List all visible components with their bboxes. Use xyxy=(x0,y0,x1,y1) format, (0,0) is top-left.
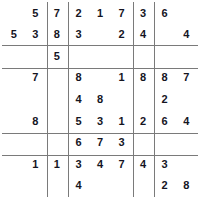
cell-r7c4[interactable]: 6 xyxy=(68,132,90,154)
cell-r2c5[interactable] xyxy=(89,24,111,46)
cell-r3c9[interactable] xyxy=(175,46,197,68)
cell-r8c8[interactable]: 3 xyxy=(154,153,176,175)
cell-r4c3[interactable] xyxy=(46,67,68,89)
cell-r2c9[interactable]: 4 xyxy=(175,24,197,46)
cell-r3c5[interactable] xyxy=(89,46,111,68)
region-line-vertical-2 xyxy=(68,2,69,197)
cell-r4c9[interactable]: 7 xyxy=(175,67,197,89)
cell-r2c1[interactable]: 5 xyxy=(3,24,25,46)
cell-r1c6[interactable]: 7 xyxy=(111,3,133,25)
region-line-horizontal-2 xyxy=(2,68,198,69)
cell-r5c3[interactable] xyxy=(46,89,68,111)
cell-r8c6[interactable]: 7 xyxy=(111,153,133,175)
cell-r4c4[interactable]: 8 xyxy=(68,67,90,89)
cell-r4c7[interactable]: 8 xyxy=(132,67,154,89)
cell-r9c4[interactable]: 4 xyxy=(68,175,90,197)
cell-r5c4[interactable]: 4 xyxy=(68,89,90,111)
cell-r4c5[interactable] xyxy=(89,67,111,89)
cell-r1c9[interactable] xyxy=(175,3,197,25)
cell-r9c6[interactable] xyxy=(111,175,133,197)
cell-r1c1[interactable] xyxy=(3,3,25,25)
region-line-horizontal-3 xyxy=(2,133,198,134)
region-line-horizontal-4 xyxy=(2,155,198,156)
cell-r1c5[interactable]: 1 xyxy=(89,3,111,25)
cell-r6c3[interactable] xyxy=(46,110,68,132)
cell-r8c5[interactable]: 4 xyxy=(89,153,111,175)
cell-r2c3[interactable]: 8 xyxy=(46,24,68,46)
cell-r6c9[interactable]: 4 xyxy=(175,110,197,132)
cell-r2c8[interactable] xyxy=(154,24,176,46)
cell-r7c7[interactable] xyxy=(132,132,154,154)
cell-r9c7[interactable] xyxy=(132,175,154,197)
cell-r9c5[interactable] xyxy=(89,175,111,197)
cell-r3c8[interactable] xyxy=(154,46,176,68)
cell-r9c2[interactable] xyxy=(25,175,47,197)
cell-r5c6[interactable] xyxy=(111,89,133,111)
cell-r4c8[interactable]: 8 xyxy=(154,67,176,89)
cell-r9c9[interactable]: 8 xyxy=(175,175,197,197)
cell-r7c8[interactable] xyxy=(154,132,176,154)
puzzle-board: 5721736538324457818874828531264673113474… xyxy=(0,0,200,200)
cell-r6c2[interactable]: 8 xyxy=(25,110,47,132)
cell-r3c4[interactable] xyxy=(68,46,90,68)
cell-r6c7[interactable]: 2 xyxy=(132,110,154,132)
cell-r2c4[interactable]: 3 xyxy=(68,24,90,46)
cell-r1c2[interactable]: 5 xyxy=(25,3,47,25)
cell-r5c9[interactable] xyxy=(175,89,197,111)
cell-r8c7[interactable]: 4 xyxy=(132,153,154,175)
cell-r3c6[interactable] xyxy=(111,46,133,68)
cell-r1c8[interactable]: 6 xyxy=(154,3,176,25)
cell-r7c2[interactable] xyxy=(25,132,47,154)
cell-r8c3[interactable]: 1 xyxy=(46,153,68,175)
cell-r5c5[interactable]: 8 xyxy=(89,89,111,111)
cell-r2c6[interactable]: 2 xyxy=(111,24,133,46)
cell-r4c2[interactable]: 7 xyxy=(25,67,47,89)
cell-r1c3[interactable]: 7 xyxy=(46,3,68,25)
cell-r6c4[interactable]: 5 xyxy=(68,110,90,132)
cell-r9c3[interactable] xyxy=(46,175,68,197)
region-line-vertical-4 xyxy=(154,2,155,197)
cell-r3c2[interactable] xyxy=(25,46,47,68)
cell-r6c1[interactable] xyxy=(3,110,25,132)
cell-r5c8[interactable]: 2 xyxy=(154,89,176,111)
cell-r5c2[interactable] xyxy=(25,89,47,111)
cell-r1c4[interactable]: 2 xyxy=(68,3,90,25)
cell-r6c5[interactable]: 3 xyxy=(89,110,111,132)
cell-r7c9[interactable] xyxy=(175,132,197,154)
puzzle-grid: 5721736538324457818874828531264673113474… xyxy=(3,3,197,197)
cell-r3c3[interactable]: 5 xyxy=(46,46,68,68)
region-line-vertical-1 xyxy=(47,2,48,197)
cell-r8c2[interactable]: 1 xyxy=(25,153,47,175)
cell-r4c6[interactable]: 1 xyxy=(111,67,133,89)
cell-r9c1[interactable] xyxy=(3,175,25,197)
cell-r1c7[interactable]: 3 xyxy=(132,3,154,25)
cell-r7c6[interactable]: 3 xyxy=(111,132,133,154)
cell-r8c1[interactable] xyxy=(3,153,25,175)
region-line-vertical-3 xyxy=(133,2,134,197)
cell-r5c7[interactable] xyxy=(132,89,154,111)
cell-r6c8[interactable]: 6 xyxy=(154,110,176,132)
cell-r9c8[interactable]: 2 xyxy=(154,175,176,197)
cell-r2c7[interactable]: 4 xyxy=(132,24,154,46)
cell-r2c2[interactable]: 3 xyxy=(25,24,47,46)
cell-r7c3[interactable] xyxy=(46,132,68,154)
cell-r8c9[interactable] xyxy=(175,153,197,175)
region-line-horizontal-1 xyxy=(2,45,198,46)
cell-r3c7[interactable] xyxy=(132,46,154,68)
cell-r7c1[interactable] xyxy=(3,132,25,154)
cell-r6c6[interactable]: 1 xyxy=(111,110,133,132)
cell-r5c1[interactable] xyxy=(3,89,25,111)
cell-r7c5[interactable]: 7 xyxy=(89,132,111,154)
cell-r3c1[interactable] xyxy=(3,46,25,68)
cell-r8c4[interactable]: 3 xyxy=(68,153,90,175)
cell-r4c1[interactable] xyxy=(3,67,25,89)
